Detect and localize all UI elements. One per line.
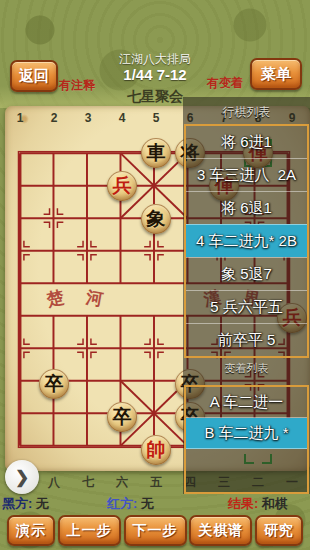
black-side-value: 无: [36, 496, 49, 511]
move-row[interactable]: 前卒平 5: [186, 323, 307, 356]
column-number-label: 2: [47, 111, 61, 125]
red-piece[interactable]: 兵: [107, 171, 137, 201]
red-piece[interactable]: 帥: [141, 435, 171, 465]
chevron-right-icon: ❯: [15, 467, 29, 488]
move-row[interactable]: 5 兵六平五: [186, 290, 307, 323]
app-screen: 返回 有注释 江湖八大排局 1/44 7-12 有变着 菜单 七星聚会 楚河 漢…: [0, 0, 310, 550]
red-side-label: 红方:: [107, 496, 137, 511]
red-side-value: 无: [141, 496, 154, 511]
variation-row[interactable]: A 车二进一: [186, 387, 307, 418]
result-label: 结果:: [228, 496, 258, 511]
file-number-label: 八: [47, 474, 61, 491]
black-piece[interactable]: 卒: [39, 369, 69, 399]
column-number-label: 5: [149, 111, 163, 125]
variation-row[interactable]: B 车二进九 *: [186, 418, 307, 449]
column-number-label: 1: [13, 111, 27, 125]
research-button[interactable]: 研究: [255, 515, 303, 546]
move-panel: 行棋列表 将 6进13 车三进八 2A将 6退14 车二进九* 2B象 5退75…: [183, 97, 310, 494]
column-number-label: 4: [115, 111, 129, 125]
move-row[interactable]: 将 6退1: [186, 191, 307, 224]
file-number-label: 六: [115, 474, 129, 491]
move-row[interactable]: 象 5退7: [186, 257, 307, 290]
move-row[interactable]: 3 车三进八 2A: [186, 158, 307, 191]
demo-button[interactable]: 演示: [7, 515, 55, 546]
variation-list: A 车二进一B 车二进九 *: [184, 385, 309, 494]
result-value: 和棋: [262, 496, 288, 511]
next-step-button[interactable]: 下一步: [124, 515, 187, 546]
river-text-left: 楚河: [47, 287, 103, 310]
file-number-label: 五: [149, 474, 163, 491]
close-notation-button[interactable]: 关棋谱: [189, 515, 252, 546]
column-number-label: 3: [81, 111, 95, 125]
move-list-title: 行棋列表: [183, 104, 310, 121]
black-piece[interactable]: 車: [141, 138, 171, 168]
expand-play-button[interactable]: ❯: [5, 460, 39, 494]
menu-button[interactable]: 菜单: [250, 58, 302, 90]
move-row[interactable]: 4 车二进九* 2B: [186, 224, 307, 257]
status-bar: 黑方: 无 红方: 无 结果: 和棋: [0, 495, 310, 511]
move-row[interactable]: 将 6进1: [186, 126, 307, 158]
black-side-label: 黑方:: [2, 496, 32, 511]
black-piece[interactable]: 卒: [107, 402, 137, 432]
bottom-toolbar: 演示上一步下一步关棋谱研究: [0, 515, 310, 548]
file-number-label: 七: [81, 474, 95, 491]
prev-step-button[interactable]: 上一步: [58, 515, 121, 546]
black-piece[interactable]: 象: [141, 204, 171, 234]
variation-list-title: 变着列表: [183, 361, 310, 376]
move-list: 将 6进13 车三进八 2A将 6退14 车二进九* 2B象 5退75 兵六平五…: [184, 124, 309, 358]
